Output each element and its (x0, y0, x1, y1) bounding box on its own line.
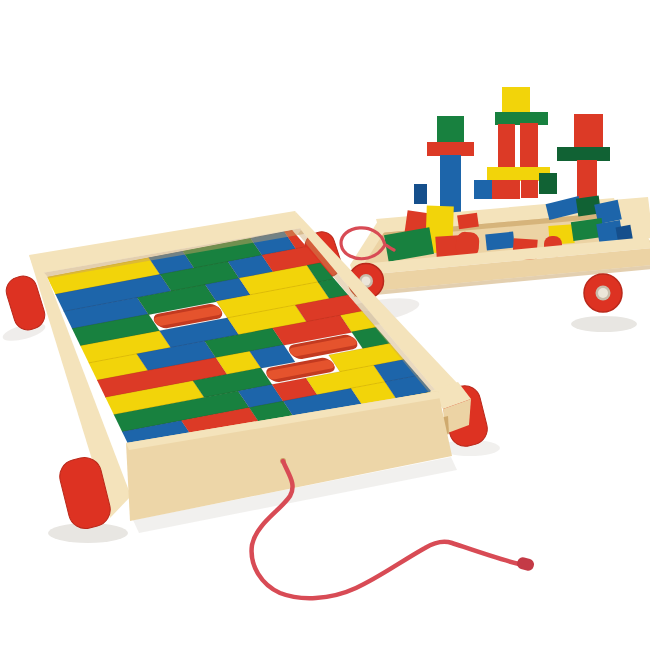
product-photo (0, 0, 650, 650)
bed-block-red-small (457, 213, 479, 230)
tower-mid-red-block (492, 180, 520, 199)
tower-left-green-block (437, 116, 464, 144)
tower-mid-red-column-right (520, 123, 538, 169)
tower-left-red-bar (427, 142, 474, 156)
shadow-rear-wheel-right (571, 316, 637, 332)
bed-block-blue-flat (485, 232, 515, 251)
rear-wheel-right-hub (598, 288, 608, 298)
scene-svg (0, 0, 650, 650)
tower-extra-blue-block (414, 184, 427, 204)
tower-mid-blue-cube (474, 180, 492, 199)
tower-left-blue-column (440, 155, 461, 215)
tower-mid-yellow-cube (502, 87, 530, 114)
tower-mid-red-base (521, 180, 538, 198)
tower-right-red-cube (574, 114, 603, 148)
block-g (307, 202, 352, 226)
tower-mid-red-column-left (498, 124, 515, 169)
main-string-knot (516, 556, 536, 572)
block-b (408, 289, 487, 319)
tower-mid-darkgreen-cube (539, 173, 557, 194)
tower-right-green-bar (557, 147, 610, 161)
